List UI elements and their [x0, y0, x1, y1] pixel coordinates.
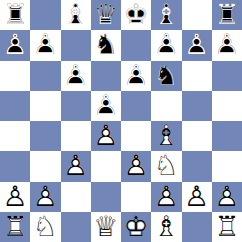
square-e3[interactable]: ♟♙ [121, 151, 151, 181]
piece-outline-glyph: ♙ [30, 30, 60, 60]
piece-outline-glyph: ♙ [0, 30, 30, 60]
square-a7[interactable]: ♟♙ [0, 30, 30, 60]
square-b5[interactable] [30, 91, 60, 121]
piece-fill-glyph: ♜ [0, 0, 30, 30]
piece-fill-glyph: ♚ [121, 0, 151, 30]
piece-fill-glyph: ♟ [61, 151, 91, 181]
square-h8[interactable]: ♜♖ [212, 0, 242, 30]
piece-black-knight[interactable]: ♞♘ [91, 30, 121, 60]
piece-outline-glyph: ♖ [0, 0, 30, 30]
square-d8[interactable]: ♛♕ [91, 0, 121, 30]
square-e7[interactable] [121, 30, 151, 60]
square-g4[interactable] [182, 121, 212, 151]
piece-fill-glyph: ♟ [182, 30, 212, 60]
piece-black-rook[interactable]: ♜♖ [0, 0, 30, 30]
square-a3[interactable] [0, 151, 30, 181]
piece-white-rook[interactable]: ♜♖ [212, 212, 242, 242]
square-g2[interactable]: ♟♙ [182, 182, 212, 212]
piece-fill-glyph: ♜ [212, 0, 242, 30]
piece-outline-glyph: ♖ [212, 0, 242, 30]
square-d6[interactable] [91, 61, 121, 91]
square-f7[interactable]: ♟♙ [151, 30, 181, 60]
square-f5[interactable] [151, 91, 181, 121]
square-g5[interactable] [182, 91, 212, 121]
piece-black-bishop[interactable]: ♝♗ [61, 0, 91, 30]
square-h7[interactable]: ♟♙ [212, 30, 242, 60]
piece-outline-glyph: ♙ [182, 30, 212, 60]
piece-white-rook[interactable]: ♜♖ [0, 212, 30, 242]
piece-white-pawn[interactable]: ♟♙ [151, 182, 181, 212]
piece-outline-glyph: ♗ [151, 0, 181, 30]
piece-fill-glyph: ♟ [212, 30, 242, 60]
square-b1[interactable]: ♞♘ [30, 212, 60, 242]
piece-fill-glyph: ♟ [61, 61, 91, 91]
square-c3[interactable]: ♟♙ [61, 151, 91, 181]
square-e5[interactable] [121, 91, 151, 121]
piece-outline-glyph: ♙ [151, 182, 181, 212]
square-b3[interactable] [30, 151, 60, 181]
piece-white-pawn[interactable]: ♟♙ [61, 151, 91, 181]
square-b8[interactable] [30, 0, 60, 30]
square-f3[interactable]: ♞♘ [151, 151, 181, 181]
piece-outline-glyph: ♙ [121, 151, 151, 181]
piece-outline-glyph: ♙ [91, 121, 121, 151]
square-h1[interactable]: ♜♖ [212, 212, 242, 242]
square-c8[interactable]: ♝♗ [61, 0, 91, 30]
piece-fill-glyph: ♟ [151, 30, 181, 60]
piece-outline-glyph: ♙ [151, 30, 181, 60]
square-e1[interactable]: ♚♔ [121, 212, 151, 242]
chess-board: ♜♖♝♗♛♕♚♔♝♗♜♖♟♙♟♙♞♘♟♙♟♙♟♙♟♙♟♙♞♘♟♙♟♙♝♗♟♙♟♙… [0, 0, 242, 242]
square-h6[interactable] [212, 61, 242, 91]
piece-fill-glyph: ♟ [91, 121, 121, 151]
square-g6[interactable] [182, 61, 212, 91]
piece-outline-glyph: ♗ [61, 0, 91, 30]
piece-white-pawn[interactable]: ♟♙ [212, 182, 242, 212]
piece-outline-glyph: ♘ [151, 151, 181, 181]
square-a2[interactable]: ♟♙ [0, 182, 30, 212]
square-b6[interactable] [30, 61, 60, 91]
square-g8[interactable] [182, 0, 212, 30]
square-d4[interactable]: ♟♙ [91, 121, 121, 151]
piece-outline-glyph: ♙ [61, 61, 91, 91]
piece-fill-glyph: ♟ [182, 182, 212, 212]
piece-white-pawn[interactable]: ♟♙ [121, 151, 151, 181]
piece-fill-glyph: ♜ [212, 212, 242, 242]
piece-white-knight[interactable]: ♞♘ [151, 151, 181, 181]
piece-outline-glyph: ♙ [121, 61, 151, 91]
piece-fill-glyph: ♛ [91, 212, 121, 242]
square-h5[interactable] [212, 91, 242, 121]
piece-fill-glyph: ♟ [0, 30, 30, 60]
piece-fill-glyph: ♟ [212, 182, 242, 212]
piece-outline-glyph: ♙ [61, 151, 91, 181]
piece-fill-glyph: ♞ [91, 30, 121, 60]
square-h4[interactable] [212, 121, 242, 151]
square-c6[interactable]: ♟♙ [61, 61, 91, 91]
piece-fill-glyph: ♝ [151, 212, 181, 242]
square-g7[interactable]: ♟♙ [182, 30, 212, 60]
piece-outline-glyph: ♕ [91, 212, 121, 242]
piece-fill-glyph: ♟ [30, 182, 60, 212]
piece-outline-glyph: ♙ [91, 91, 121, 121]
square-c1[interactable] [61, 212, 91, 242]
piece-white-bishop[interactable]: ♝♗ [151, 121, 181, 151]
piece-outline-glyph: ♙ [30, 182, 60, 212]
square-f6[interactable]: ♞♘ [151, 61, 181, 91]
piece-fill-glyph: ♜ [0, 212, 30, 242]
square-e2[interactable] [121, 182, 151, 212]
square-a5[interactable] [0, 91, 30, 121]
square-f1[interactable]: ♝♗ [151, 212, 181, 242]
piece-black-knight[interactable]: ♞♘ [151, 61, 181, 91]
piece-outline-glyph: ♕ [91, 0, 121, 30]
square-c7[interactable] [61, 30, 91, 60]
square-b2[interactable]: ♟♙ [30, 182, 60, 212]
piece-black-bishop[interactable]: ♝♗ [151, 0, 181, 30]
piece-outline-glyph: ♖ [0, 212, 30, 242]
piece-black-king[interactable]: ♚♔ [121, 0, 151, 30]
piece-fill-glyph: ♟ [30, 30, 60, 60]
piece-black-rook[interactable]: ♜♖ [212, 0, 242, 30]
square-g3[interactable] [182, 151, 212, 181]
piece-outline-glyph: ♔ [121, 0, 151, 30]
piece-outline-glyph: ♙ [212, 182, 242, 212]
square-f8[interactable]: ♝♗ [151, 0, 181, 30]
piece-fill-glyph: ♚ [121, 212, 151, 242]
piece-fill-glyph: ♝ [61, 0, 91, 30]
piece-black-pawn[interactable]: ♟♙ [121, 61, 151, 91]
piece-outline-glyph: ♗ [151, 121, 181, 151]
piece-black-pawn[interactable]: ♟♙ [61, 61, 91, 91]
piece-black-queen[interactable]: ♛♕ [91, 0, 121, 30]
square-d3[interactable] [91, 151, 121, 181]
piece-outline-glyph: ♗ [151, 212, 181, 242]
square-d7[interactable]: ♞♘ [91, 30, 121, 60]
square-c5[interactable] [61, 91, 91, 121]
square-a1[interactable]: ♜♖ [0, 212, 30, 242]
square-b4[interactable] [30, 121, 60, 151]
square-h2[interactable]: ♟♙ [212, 182, 242, 212]
piece-fill-glyph: ♟ [121, 151, 151, 181]
square-g1[interactable] [182, 212, 212, 242]
piece-white-queen[interactable]: ♛♕ [91, 212, 121, 242]
piece-white-pawn[interactable]: ♟♙ [91, 121, 121, 151]
piece-white-pawn[interactable]: ♟♙ [182, 182, 212, 212]
square-d2[interactable] [91, 182, 121, 212]
piece-white-bishop[interactable]: ♝♗ [151, 212, 181, 242]
square-a6[interactable] [0, 61, 30, 91]
square-a4[interactable] [0, 121, 30, 151]
square-h3[interactable] [212, 151, 242, 181]
square-c4[interactable] [61, 121, 91, 151]
piece-black-pawn[interactable]: ♟♙ [91, 91, 121, 121]
square-e8[interactable]: ♚♔ [121, 0, 151, 30]
square-f2[interactable]: ♟♙ [151, 182, 181, 212]
piece-outline-glyph: ♙ [0, 182, 30, 212]
piece-white-king[interactable]: ♚♔ [121, 212, 151, 242]
piece-outline-glyph: ♖ [212, 212, 242, 242]
piece-outline-glyph: ♘ [91, 30, 121, 60]
square-d5[interactable]: ♟♙ [91, 91, 121, 121]
piece-white-knight[interactable]: ♞♘ [30, 212, 60, 242]
piece-fill-glyph: ♛ [91, 0, 121, 30]
square-e4[interactable] [121, 121, 151, 151]
piece-fill-glyph: ♞ [151, 61, 181, 91]
piece-fill-glyph: ♟ [0, 182, 30, 212]
piece-white-pawn[interactable]: ♟♙ [30, 182, 60, 212]
piece-fill-glyph: ♝ [151, 0, 181, 30]
piece-outline-glyph: ♘ [30, 212, 60, 242]
piece-white-pawn[interactable]: ♟♙ [0, 182, 30, 212]
piece-fill-glyph: ♞ [30, 212, 60, 242]
piece-black-pawn[interactable]: ♟♙ [151, 30, 181, 60]
piece-fill-glyph: ♞ [151, 151, 181, 181]
square-b7[interactable]: ♟♙ [30, 30, 60, 60]
piece-black-pawn[interactable]: ♟♙ [30, 30, 60, 60]
square-e6[interactable]: ♟♙ [121, 61, 151, 91]
piece-outline-glyph: ♙ [212, 30, 242, 60]
piece-outline-glyph: ♘ [151, 61, 181, 91]
square-d1[interactable]: ♛♕ [91, 212, 121, 242]
piece-fill-glyph: ♝ [151, 121, 181, 151]
piece-fill-glyph: ♟ [91, 91, 121, 121]
piece-fill-glyph: ♟ [151, 182, 181, 212]
piece-black-pawn[interactable]: ♟♙ [212, 30, 242, 60]
piece-black-pawn[interactable]: ♟♙ [0, 30, 30, 60]
piece-fill-glyph: ♟ [121, 61, 151, 91]
piece-black-pawn[interactable]: ♟♙ [182, 30, 212, 60]
square-f4[interactable]: ♝♗ [151, 121, 181, 151]
piece-outline-glyph: ♙ [182, 182, 212, 212]
square-a8[interactable]: ♜♖ [0, 0, 30, 30]
square-c2[interactable] [61, 182, 91, 212]
piece-outline-glyph: ♔ [121, 212, 151, 242]
